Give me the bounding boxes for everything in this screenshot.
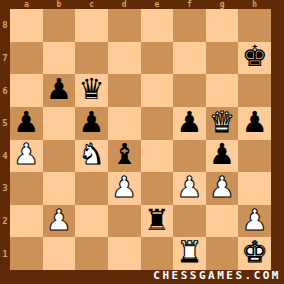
piece-white-pawn-f3[interactable]: ♟ xyxy=(176,173,202,202)
square-d3[interactable]: ♟ xyxy=(108,172,141,205)
file-label-e: e xyxy=(141,0,174,9)
piece-white-pawn-b2[interactable]: ♟ xyxy=(46,206,72,235)
square-e2[interactable]: ♜ xyxy=(141,205,174,238)
branding-text: CHESSGAMES.COM xyxy=(153,269,281,282)
file-label-d: d xyxy=(108,0,141,9)
square-h1[interactable]: ♚ xyxy=(238,237,271,270)
square-c7[interactable] xyxy=(75,42,108,75)
rank-label-2: 2 xyxy=(0,205,10,238)
square-h8[interactable] xyxy=(238,9,271,42)
square-a1[interactable] xyxy=(10,237,43,270)
piece-black-queen-c6[interactable]: ♛ xyxy=(79,75,105,104)
square-c2[interactable] xyxy=(75,205,108,238)
square-b6[interactable]: ♟ xyxy=(43,74,76,107)
square-h3[interactable] xyxy=(238,172,271,205)
file-labels: abcdefgh xyxy=(10,0,271,9)
square-c8[interactable] xyxy=(75,9,108,42)
square-a8[interactable] xyxy=(10,9,43,42)
square-h2[interactable]: ♟ xyxy=(238,205,271,238)
square-a3[interactable] xyxy=(10,172,43,205)
piece-white-pawn-g3[interactable]: ♟ xyxy=(209,173,235,202)
square-d7[interactable] xyxy=(108,42,141,75)
square-a2[interactable] xyxy=(10,205,43,238)
piece-black-pawn-c5[interactable]: ♟ xyxy=(79,108,105,137)
rank-label-5: 5 xyxy=(0,107,10,140)
square-h5[interactable]: ♟ xyxy=(238,107,271,140)
square-c3[interactable] xyxy=(75,172,108,205)
square-a5[interactable]: ♟ xyxy=(10,107,43,140)
square-e4[interactable] xyxy=(141,140,174,173)
square-h6[interactable] xyxy=(238,74,271,107)
square-g7[interactable] xyxy=(206,42,239,75)
square-g3[interactable]: ♟ xyxy=(206,172,239,205)
square-f5[interactable]: ♟ xyxy=(173,107,206,140)
file-label-a: a xyxy=(10,0,43,9)
square-b2[interactable]: ♟ xyxy=(43,205,76,238)
rank-labels: 87654321 xyxy=(0,9,10,270)
square-d2[interactable] xyxy=(108,205,141,238)
file-label-f: f xyxy=(173,0,206,9)
square-h4[interactable] xyxy=(238,140,271,173)
rank-label-6: 6 xyxy=(0,74,10,107)
chess-board-frame: abcdefgh 87654321 ♚♟♛♟♟♟♛♟♟♞♝♟♟♟♟♟♜♟♜♚ C… xyxy=(0,0,284,284)
square-b1[interactable] xyxy=(43,237,76,270)
piece-black-rook-e2[interactable]: ♜ xyxy=(144,206,170,235)
square-g4[interactable]: ♟ xyxy=(206,140,239,173)
square-d5[interactable] xyxy=(108,107,141,140)
piece-white-queen-g5[interactable]: ♛ xyxy=(209,108,235,137)
square-g2[interactable] xyxy=(206,205,239,238)
square-d4[interactable]: ♝ xyxy=(108,140,141,173)
piece-white-knight-c4[interactable]: ♞ xyxy=(79,140,105,169)
file-label-c: c xyxy=(75,0,108,9)
square-a7[interactable] xyxy=(10,42,43,75)
rank-label-7: 7 xyxy=(0,42,10,75)
square-e5[interactable] xyxy=(141,107,174,140)
square-g6[interactable] xyxy=(206,74,239,107)
square-f3[interactable]: ♟ xyxy=(173,172,206,205)
square-d8[interactable] xyxy=(108,9,141,42)
square-g5[interactable]: ♛ xyxy=(206,107,239,140)
piece-black-pawn-b6[interactable]: ♟ xyxy=(46,75,72,104)
square-g8[interactable] xyxy=(206,9,239,42)
square-b5[interactable] xyxy=(43,107,76,140)
rank-label-3: 3 xyxy=(0,172,10,205)
square-e7[interactable] xyxy=(141,42,174,75)
square-c4[interactable]: ♞ xyxy=(75,140,108,173)
piece-white-pawn-h2[interactable]: ♟ xyxy=(242,206,268,235)
square-h7[interactable]: ♚ xyxy=(238,42,271,75)
rank-label-1: 1 xyxy=(0,237,10,270)
square-d6[interactable] xyxy=(108,74,141,107)
square-f1[interactable]: ♜ xyxy=(173,237,206,270)
square-b4[interactable] xyxy=(43,140,76,173)
file-label-b: b xyxy=(43,0,76,9)
square-a4[interactable]: ♟ xyxy=(10,140,43,173)
square-g1[interactable] xyxy=(206,237,239,270)
square-f6[interactable] xyxy=(173,74,206,107)
square-c6[interactable]: ♛ xyxy=(75,74,108,107)
square-b8[interactable] xyxy=(43,9,76,42)
rank-label-4: 4 xyxy=(0,140,10,173)
piece-black-king-h7[interactable]: ♚ xyxy=(242,42,268,71)
piece-white-king-h1[interactable]: ♚ xyxy=(242,238,268,267)
piece-black-pawn-g4[interactable]: ♟ xyxy=(209,140,235,169)
square-f7[interactable] xyxy=(173,42,206,75)
square-b3[interactable] xyxy=(43,172,76,205)
piece-white-pawn-d3[interactable]: ♟ xyxy=(111,173,137,202)
piece-black-pawn-h5[interactable]: ♟ xyxy=(242,108,268,137)
piece-black-pawn-f5[interactable]: ♟ xyxy=(176,108,202,137)
square-e1[interactable] xyxy=(141,237,174,270)
square-f8[interactable] xyxy=(173,9,206,42)
square-e8[interactable] xyxy=(141,9,174,42)
square-c1[interactable] xyxy=(75,237,108,270)
piece-white-rook-f1[interactable]: ♜ xyxy=(176,238,202,267)
square-f4[interactable] xyxy=(173,140,206,173)
piece-black-pawn-a5[interactable]: ♟ xyxy=(13,108,39,137)
file-label-h: h xyxy=(238,0,271,9)
rank-label-8: 8 xyxy=(0,9,10,42)
square-f2[interactable] xyxy=(173,205,206,238)
piece-black-bishop-d4[interactable]: ♝ xyxy=(111,140,137,169)
chess-board: ♚♟♛♟♟♟♛♟♟♞♝♟♟♟♟♟♜♟♜♚ xyxy=(10,9,271,270)
square-e6[interactable] xyxy=(141,74,174,107)
square-c5[interactable]: ♟ xyxy=(75,107,108,140)
square-d1[interactable] xyxy=(108,237,141,270)
square-e3[interactable] xyxy=(141,172,174,205)
piece-white-pawn-a4[interactable]: ♟ xyxy=(13,140,39,169)
square-a6[interactable] xyxy=(10,74,43,107)
file-label-g: g xyxy=(206,0,239,9)
square-b7[interactable] xyxy=(43,42,76,75)
